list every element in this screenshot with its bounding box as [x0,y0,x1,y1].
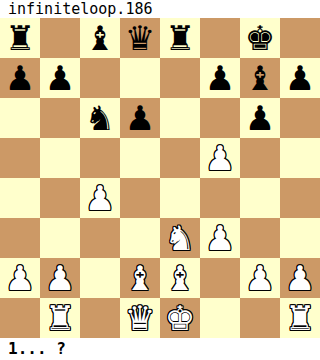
square-h3[interactable] [280,218,320,258]
piece-white-pawn: ♟ [205,218,235,258]
piece-white-pawn: ♟ [245,258,275,298]
puzzle-title: infiniteloop.186 [0,0,320,18]
move-prompt: 1... ? [0,338,320,360]
square-h6[interactable] [280,98,320,138]
square-a6[interactable] [0,98,40,138]
square-b2[interactable]: ♟ [40,258,80,298]
square-h4[interactable] [280,178,320,218]
chess-puzzle-window: infiniteloop.186 ♜♝♛♜♚♟♟♟♝♟♞♟♟♟♟♞♟♟♟♝♝♟♟… [0,0,320,360]
piece-black-rook: ♜ [5,18,35,58]
piece-black-pawn: ♟ [285,58,315,98]
square-e3[interactable]: ♞ [160,218,200,258]
square-b8[interactable] [40,18,80,58]
piece-black-queen: ♛ [125,18,155,58]
square-f6[interactable] [200,98,240,138]
square-f5[interactable]: ♟ [200,138,240,178]
square-d2[interactable]: ♝ [120,258,160,298]
piece-white-pawn: ♟ [205,138,235,178]
square-h5[interactable] [280,138,320,178]
square-b1[interactable]: ♜ [40,298,80,338]
square-b7[interactable]: ♟ [40,58,80,98]
square-f8[interactable] [200,18,240,58]
square-d4[interactable] [120,178,160,218]
square-g7[interactable]: ♝ [240,58,280,98]
square-c5[interactable] [80,138,120,178]
square-e1[interactable]: ♚ [160,298,200,338]
square-a4[interactable] [0,178,40,218]
square-e4[interactable] [160,178,200,218]
square-g2[interactable]: ♟ [240,258,280,298]
square-h2[interactable]: ♟ [280,258,320,298]
square-e2[interactable]: ♝ [160,258,200,298]
piece-white-knight: ♞ [165,218,195,258]
square-f4[interactable] [200,178,240,218]
square-a2[interactable]: ♟ [0,258,40,298]
square-e8[interactable]: ♜ [160,18,200,58]
square-d1[interactable]: ♛ [120,298,160,338]
piece-white-pawn: ♟ [45,258,75,298]
square-c1[interactable] [80,298,120,338]
piece-white-king: ♚ [165,298,195,338]
square-g4[interactable] [240,178,280,218]
piece-black-pawn: ♟ [245,98,275,138]
square-g6[interactable]: ♟ [240,98,280,138]
piece-white-rook: ♜ [45,298,75,338]
square-g8[interactable]: ♚ [240,18,280,58]
square-f7[interactable]: ♟ [200,58,240,98]
square-c2[interactable] [80,258,120,298]
square-a7[interactable]: ♟ [0,58,40,98]
square-h8[interactable] [280,18,320,58]
piece-black-bishop: ♝ [85,18,115,58]
piece-white-bishop: ♝ [125,258,155,298]
piece-black-knight: ♞ [85,98,115,138]
square-b5[interactable] [40,138,80,178]
piece-black-pawn: ♟ [125,98,155,138]
piece-white-bishop: ♝ [165,258,195,298]
square-c3[interactable] [80,218,120,258]
piece-black-bishop: ♝ [245,58,275,98]
square-d3[interactable] [120,218,160,258]
square-b3[interactable] [40,218,80,258]
square-c4[interactable]: ♟ [80,178,120,218]
square-b6[interactable] [40,98,80,138]
square-f3[interactable]: ♟ [200,218,240,258]
piece-black-pawn: ♟ [45,58,75,98]
piece-white-queen: ♛ [125,298,155,338]
square-a5[interactable] [0,138,40,178]
square-g3[interactable] [240,218,280,258]
piece-white-pawn: ♟ [85,178,115,218]
square-h1[interactable]: ♜ [280,298,320,338]
piece-white-pawn: ♟ [285,258,315,298]
square-e7[interactable] [160,58,200,98]
square-a8[interactable]: ♜ [0,18,40,58]
square-a3[interactable] [0,218,40,258]
square-b4[interactable] [40,178,80,218]
piece-black-pawn: ♟ [205,58,235,98]
square-g1[interactable] [240,298,280,338]
piece-white-rook: ♜ [285,298,315,338]
square-h7[interactable]: ♟ [280,58,320,98]
piece-black-pawn: ♟ [5,58,35,98]
chess-board: ♜♝♛♜♚♟♟♟♝♟♞♟♟♟♟♞♟♟♟♝♝♟♟♜♛♚♜ [0,18,320,338]
square-c8[interactable]: ♝ [80,18,120,58]
square-a1[interactable] [0,298,40,338]
piece-white-pawn: ♟ [5,258,35,298]
square-d7[interactable] [120,58,160,98]
square-e5[interactable] [160,138,200,178]
square-d5[interactable] [120,138,160,178]
square-c7[interactable] [80,58,120,98]
square-d8[interactable]: ♛ [120,18,160,58]
square-f2[interactable] [200,258,240,298]
square-e6[interactable] [160,98,200,138]
square-c6[interactable]: ♞ [80,98,120,138]
square-g5[interactable] [240,138,280,178]
square-d6[interactable]: ♟ [120,98,160,138]
piece-black-king: ♚ [245,18,275,58]
square-f1[interactable] [200,298,240,338]
piece-black-rook: ♜ [165,18,195,58]
